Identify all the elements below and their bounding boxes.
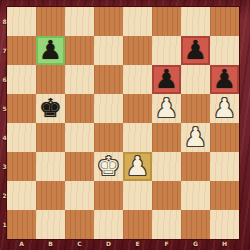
square-f4[interactable]	[152, 123, 181, 152]
rank-label-7: 7	[2, 48, 7, 54]
rank-label-6: 6	[2, 77, 7, 83]
piece-white-pawn-h5[interactable]: ♟	[210, 94, 239, 123]
rank-label-4: 4	[2, 135, 7, 141]
rank-label-3: 3	[2, 164, 7, 170]
file-label-g: g	[191, 241, 201, 247]
square-c7[interactable]	[65, 36, 94, 65]
square-h5[interactable]: ♟	[210, 94, 239, 123]
piece-white-pawn-e3[interactable]: ♟	[123, 152, 152, 181]
square-h7[interactable]	[210, 36, 239, 65]
square-h2[interactable]	[210, 181, 239, 210]
square-h6[interactable]: ♟	[210, 65, 239, 94]
square-e7[interactable]	[123, 36, 152, 65]
piece-black-pawn-f6[interactable]: ♟	[152, 65, 181, 94]
square-g1[interactable]	[181, 210, 210, 239]
square-d5[interactable]	[94, 94, 123, 123]
square-a4[interactable]	[7, 123, 36, 152]
rank-label-1: 1	[2, 222, 7, 228]
file-label-f: f	[162, 241, 172, 247]
rank-label-8: 8	[2, 19, 7, 25]
square-d2[interactable]	[94, 181, 123, 210]
square-d3[interactable]: ♚	[94, 152, 123, 181]
square-c5[interactable]	[65, 94, 94, 123]
square-a7[interactable]	[7, 36, 36, 65]
square-c6[interactable]	[65, 65, 94, 94]
file-label-b: b	[46, 241, 56, 247]
square-h8[interactable]	[210, 7, 239, 36]
square-a2[interactable]	[7, 181, 36, 210]
file-label-a: a	[17, 241, 27, 247]
square-e5[interactable]	[123, 94, 152, 123]
square-f5[interactable]: ♟	[152, 94, 181, 123]
chess-app-window: ♟♟♟♟♚♟♟♟♚♟ 87654321 abcdefgh	[0, 0, 250, 250]
piece-black-pawn-g7[interactable]: ♟	[181, 36, 210, 65]
rank-label-5: 5	[2, 106, 7, 112]
piece-white-pawn-f5[interactable]: ♟	[152, 94, 181, 123]
file-label-d: d	[104, 241, 114, 247]
square-e4[interactable]	[123, 123, 152, 152]
square-h4[interactable]	[210, 123, 239, 152]
piece-black-pawn-b7[interactable]: ♟	[36, 36, 65, 65]
square-g2[interactable]	[181, 181, 210, 210]
square-g3[interactable]	[181, 152, 210, 181]
square-b6[interactable]	[36, 65, 65, 94]
square-g7[interactable]: ♟	[181, 36, 210, 65]
file-label-h: h	[220, 241, 230, 247]
square-b2[interactable]	[36, 181, 65, 210]
square-f6[interactable]: ♟	[152, 65, 181, 94]
square-b3[interactable]	[36, 152, 65, 181]
piece-black-king-b5[interactable]: ♚	[36, 94, 65, 123]
piece-black-pawn-h6[interactable]: ♟	[210, 65, 239, 94]
square-b4[interactable]	[36, 123, 65, 152]
square-d1[interactable]	[94, 210, 123, 239]
square-e1[interactable]	[123, 210, 152, 239]
square-e2[interactable]	[123, 181, 152, 210]
square-d6[interactable]	[94, 65, 123, 94]
square-b7[interactable]: ♟	[36, 36, 65, 65]
square-a5[interactable]	[7, 94, 36, 123]
rank-label-2: 2	[2, 193, 7, 199]
square-b8[interactable]	[36, 7, 65, 36]
square-g8[interactable]	[181, 7, 210, 36]
square-c1[interactable]	[65, 210, 94, 239]
square-a3[interactable]	[7, 152, 36, 181]
square-a6[interactable]	[7, 65, 36, 94]
square-g4[interactable]: ♟	[181, 123, 210, 152]
chess-board: ♟♟♟♟♚♟♟♟♚♟	[7, 7, 239, 239]
square-f2[interactable]	[152, 181, 181, 210]
file-label-c: c	[75, 241, 85, 247]
square-c8[interactable]	[65, 7, 94, 36]
square-c3[interactable]	[65, 152, 94, 181]
square-a8[interactable]	[7, 7, 36, 36]
piece-white-king-d3[interactable]: ♚	[94, 152, 123, 181]
square-a1[interactable]	[7, 210, 36, 239]
square-h3[interactable]	[210, 152, 239, 181]
square-e8[interactable]	[123, 7, 152, 36]
square-g6[interactable]	[181, 65, 210, 94]
square-e6[interactable]	[123, 65, 152, 94]
square-c2[interactable]	[65, 181, 94, 210]
square-e3[interactable]: ♟	[123, 152, 152, 181]
square-f1[interactable]	[152, 210, 181, 239]
square-c4[interactable]	[65, 123, 94, 152]
square-h1[interactable]	[210, 210, 239, 239]
square-b5[interactable]: ♚	[36, 94, 65, 123]
square-f8[interactable]	[152, 7, 181, 36]
square-b1[interactable]	[36, 210, 65, 239]
square-g5[interactable]	[181, 94, 210, 123]
piece-white-pawn-g4[interactable]: ♟	[181, 123, 210, 152]
square-f7[interactable]	[152, 36, 181, 65]
square-d4[interactable]	[94, 123, 123, 152]
square-d7[interactable]	[94, 36, 123, 65]
square-d8[interactable]	[94, 7, 123, 36]
file-label-e: e	[133, 241, 143, 247]
square-f3[interactable]	[152, 152, 181, 181]
